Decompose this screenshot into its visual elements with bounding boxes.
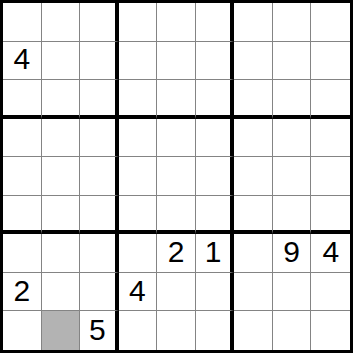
cell-r5c7[interactable] <box>234 157 273 196</box>
given-digit: 4 <box>13 44 30 74</box>
cell-r3c4[interactable] <box>119 80 158 119</box>
cell-r9c6[interactable] <box>196 311 235 350</box>
cell-r3c1[interactable] <box>3 80 42 119</box>
cell-r9c1[interactable] <box>3 311 42 350</box>
cell-r3c6[interactable] <box>196 80 235 119</box>
cell-r7c9[interactable]: 4 <box>311 234 350 273</box>
cell-r8c9[interactable] <box>311 273 350 312</box>
cell-r4c3[interactable] <box>80 119 119 158</box>
cell-r2c4[interactable] <box>119 42 158 81</box>
sudoku-puzzle: 42194245 <box>0 0 353 353</box>
cell-r1c1[interactable] <box>3 3 42 42</box>
cell-r8c3[interactable] <box>80 273 119 312</box>
cell-r5c3[interactable] <box>80 157 119 196</box>
cell-r2c2[interactable] <box>42 42 81 81</box>
cell-r3c8[interactable] <box>273 80 312 119</box>
cell-r5c1[interactable] <box>3 157 42 196</box>
cell-r3c3[interactable] <box>80 80 119 119</box>
cell-r9c4[interactable] <box>119 311 158 350</box>
cell-r2c5[interactable] <box>157 42 196 81</box>
given-digit: 2 <box>13 276 30 306</box>
cell-r3c5[interactable] <box>157 80 196 119</box>
cell-r5c6[interactable] <box>196 157 235 196</box>
cell-r6c7[interactable] <box>234 196 273 235</box>
cell-r6c1[interactable] <box>3 196 42 235</box>
cell-r8c2[interactable] <box>42 273 81 312</box>
given-digit: 4 <box>129 276 146 306</box>
given-digit: 1 <box>205 237 222 267</box>
cell-r3c7[interactable] <box>234 80 273 119</box>
cell-r5c2[interactable] <box>42 157 81 196</box>
cell-r2c3[interactable] <box>80 42 119 81</box>
cell-r7c4[interactable] <box>119 234 158 273</box>
cell-r9c7[interactable] <box>234 311 273 350</box>
cell-r2c8[interactable] <box>273 42 312 81</box>
cell-r8c5[interactable] <box>157 273 196 312</box>
cell-r7c2[interactable] <box>42 234 81 273</box>
cell-r4c7[interactable] <box>234 119 273 158</box>
cell-r7c1[interactable] <box>3 234 42 273</box>
cell-r6c9[interactable] <box>311 196 350 235</box>
cell-r4c2[interactable] <box>42 119 81 158</box>
cell-r4c4[interactable] <box>119 119 158 158</box>
cell-r1c3[interactable] <box>80 3 119 42</box>
cell-r1c2[interactable] <box>42 3 81 42</box>
cell-r5c9[interactable] <box>311 157 350 196</box>
sudoku-board: 42194245 <box>0 0 353 353</box>
cell-r1c7[interactable] <box>234 3 273 42</box>
cell-r1c8[interactable] <box>273 3 312 42</box>
cell-r6c6[interactable] <box>196 196 235 235</box>
cell-r1c9[interactable] <box>311 3 350 42</box>
cell-r9c8[interactable] <box>273 311 312 350</box>
cell-r9c2[interactable] <box>42 311 81 350</box>
cell-r4c9[interactable] <box>311 119 350 158</box>
cell-r7c6[interactable]: 1 <box>196 234 235 273</box>
cell-r2c7[interactable] <box>234 42 273 81</box>
cell-r4c1[interactable] <box>3 119 42 158</box>
given-digit: 4 <box>322 237 339 267</box>
cell-r3c2[interactable] <box>42 80 81 119</box>
cell-r9c5[interactable] <box>157 311 196 350</box>
cell-r6c5[interactable] <box>157 196 196 235</box>
cell-r1c6[interactable] <box>196 3 235 42</box>
cell-r6c8[interactable] <box>273 196 312 235</box>
cell-r7c8[interactable]: 9 <box>273 234 312 273</box>
cell-r8c8[interactable] <box>273 273 312 312</box>
cell-r8c4[interactable]: 4 <box>119 273 158 312</box>
cell-r9c9[interactable] <box>311 311 350 350</box>
cell-r8c1[interactable]: 2 <box>3 273 42 312</box>
cell-r4c8[interactable] <box>273 119 312 158</box>
cell-r6c4[interactable] <box>119 196 158 235</box>
cell-r1c5[interactable] <box>157 3 196 42</box>
cell-r8c6[interactable] <box>196 273 235 312</box>
cell-r4c6[interactable] <box>196 119 235 158</box>
cell-r8c7[interactable] <box>234 273 273 312</box>
given-digit: 9 <box>283 237 300 267</box>
cell-r3c9[interactable] <box>311 80 350 119</box>
cell-r7c3[interactable] <box>80 234 119 273</box>
cell-r4c5[interactable] <box>157 119 196 158</box>
cell-r7c5[interactable]: 2 <box>157 234 196 273</box>
cell-r5c4[interactable] <box>119 157 158 196</box>
cell-r2c1[interactable]: 4 <box>3 42 42 81</box>
cell-r9c3[interactable]: 5 <box>80 311 119 350</box>
cell-r5c8[interactable] <box>273 157 312 196</box>
given-digit: 5 <box>89 315 106 345</box>
cell-r6c3[interactable] <box>80 196 119 235</box>
cell-r5c5[interactable] <box>157 157 196 196</box>
cell-r6c2[interactable] <box>42 196 81 235</box>
cell-r2c9[interactable] <box>311 42 350 81</box>
cell-r2c6[interactable] <box>196 42 235 81</box>
cell-r1c4[interactable] <box>119 3 158 42</box>
given-digit: 2 <box>168 237 185 267</box>
cell-r7c7[interactable] <box>234 234 273 273</box>
